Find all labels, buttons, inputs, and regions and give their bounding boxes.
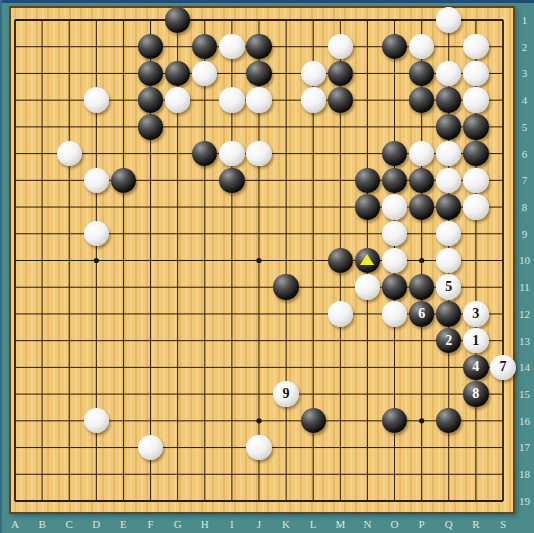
stone-white-M12[interactable] — [328, 301, 353, 326]
stone-white-I4[interactable] — [219, 87, 244, 112]
col-label-C: C — [56, 515, 83, 533]
board-point-P2[interactable] — [408, 33, 435, 60]
stone-white-F17[interactable] — [138, 435, 163, 460]
row-label-6: 6 — [515, 140, 534, 167]
board-point-Q8[interactable] — [435, 194, 462, 221]
stone-white-H3[interactable] — [192, 61, 217, 86]
col-label-S: S — [489, 515, 516, 533]
board-point-R8[interactable] — [462, 194, 489, 221]
stone-white-R3[interactable] — [463, 61, 488, 86]
board-point-O8[interactable] — [381, 194, 408, 221]
board-point-H3[interactable] — [191, 60, 218, 87]
stone-white-Q3[interactable] — [436, 61, 461, 86]
board-point-F3[interactable] — [137, 60, 164, 87]
stone-black-K11[interactable] — [273, 274, 298, 299]
stone-black-O16[interactable] — [382, 408, 407, 433]
screenshot-root: 624853179 ABCDEFGHIJKLMNOPQRS 1234567891… — [0, 0, 534, 533]
board-point-F5[interactable] — [137, 114, 164, 141]
stone-white-Q1[interactable] — [436, 7, 461, 32]
col-label-A: A — [1, 515, 28, 533]
board-point-G4[interactable] — [164, 87, 191, 114]
board-point-L3[interactable] — [300, 60, 327, 87]
stone-black-P8[interactable] — [409, 194, 434, 219]
board-point-O16[interactable] — [381, 407, 408, 434]
board-point-M10[interactable] — [327, 247, 354, 274]
board-point-M4[interactable] — [327, 87, 354, 114]
stone-black-J3[interactable] — [246, 61, 271, 86]
stone-black-Q12[interactable] — [436, 301, 461, 326]
stone-black-P3[interactable] — [409, 61, 434, 86]
stone-white-Q10[interactable] — [436, 248, 461, 273]
row-labels: 12345678910111213141516171819 — [515, 7, 534, 515]
stone-black-N10[interactable] — [355, 248, 380, 273]
stone-white-I2[interactable] — [219, 34, 244, 59]
board-point-E7[interactable] — [110, 167, 137, 194]
stone-black-N7[interactable] — [355, 168, 380, 193]
board-point-R6[interactable] — [462, 140, 489, 167]
board-point-P8[interactable] — [408, 194, 435, 221]
row-label-1: 1 — [515, 7, 534, 34]
stone-white-Q11[interactable]: 5 — [436, 274, 461, 299]
move-number-1: 1 — [472, 334, 479, 348]
board-point-P6[interactable] — [408, 140, 435, 167]
board-point-R13[interactable]: 1 — [462, 327, 489, 354]
move-number-8: 8 — [472, 387, 479, 401]
board-point-I4[interactable] — [218, 87, 245, 114]
row-label-10: 10 — [515, 247, 534, 274]
board-point-N10[interactable] — [354, 247, 381, 274]
col-label-O: O — [381, 515, 408, 533]
row-label-12: 12 — [515, 301, 534, 328]
stone-black-O6[interactable] — [382, 141, 407, 166]
stone-black-M4[interactable] — [328, 87, 353, 112]
board-point-N7[interactable] — [354, 167, 381, 194]
stones-layer: 624853179 — [1, 7, 516, 515]
row-label-18: 18 — [515, 461, 534, 488]
stone-black-O7[interactable] — [382, 168, 407, 193]
board-point-L16[interactable] — [300, 407, 327, 434]
row-label-13: 13 — [515, 327, 534, 354]
stone-black-R6[interactable] — [463, 141, 488, 166]
stone-white-R7[interactable] — [463, 168, 488, 193]
stone-white-Q9[interactable] — [436, 221, 461, 246]
move-number-4: 4 — [472, 360, 479, 374]
board-point-O7[interactable] — [381, 167, 408, 194]
board-point-Q1[interactable] — [435, 7, 462, 34]
stone-white-P2[interactable] — [409, 34, 434, 59]
stone-black-P4[interactable] — [409, 87, 434, 112]
board-point-G1[interactable] — [164, 7, 191, 34]
col-label-D: D — [83, 515, 110, 533]
column-labels: ABCDEFGHIJKLMNOPQRS — [1, 515, 516, 533]
move-number-5: 5 — [445, 280, 452, 294]
stone-white-R13[interactable]: 1 — [463, 328, 488, 353]
board-point-D16[interactable] — [83, 407, 110, 434]
board-point-P4[interactable] — [408, 87, 435, 114]
col-label-B: B — [29, 515, 56, 533]
stone-black-R5[interactable] — [463, 114, 488, 139]
stone-black-Q16[interactable] — [436, 408, 461, 433]
board-point-J6[interactable] — [245, 140, 272, 167]
board-point-N11[interactable] — [354, 274, 381, 301]
board-point-S14[interactable]: 7 — [489, 354, 516, 381]
stone-black-F5[interactable] — [138, 114, 163, 139]
board-point-P12[interactable]: 6 — [408, 301, 435, 328]
row-label-2: 2 — [515, 33, 534, 60]
col-label-J: J — [245, 515, 272, 533]
board-point-P7[interactable] — [408, 167, 435, 194]
stone-white-J4[interactable] — [246, 87, 271, 112]
board-point-Q13[interactable]: 2 — [435, 327, 462, 354]
stone-white-J17[interactable] — [246, 435, 271, 460]
triangle-mark-icon — [360, 254, 374, 265]
stone-white-R4[interactable] — [463, 87, 488, 112]
col-label-L: L — [300, 515, 327, 533]
stone-white-N11[interactable] — [355, 274, 380, 299]
board-point-Q6[interactable] — [435, 140, 462, 167]
row-label-5: 5 — [515, 114, 534, 141]
move-number-9: 9 — [283, 387, 290, 401]
board-point-G3[interactable] — [164, 60, 191, 87]
board-point-D7[interactable] — [83, 167, 110, 194]
board-point-R14[interactable]: 4 — [462, 354, 489, 381]
goban[interactable]: 624853179 — [9, 6, 515, 514]
col-label-K: K — [273, 515, 300, 533]
board-point-R12[interactable]: 3 — [462, 301, 489, 328]
board-point-R2[interactable] — [462, 33, 489, 60]
board-point-Q16[interactable] — [435, 407, 462, 434]
board-point-I2[interactable] — [218, 33, 245, 60]
board-point-D4[interactable] — [83, 87, 110, 114]
row-label-15: 15 — [515, 381, 534, 408]
stone-white-L3[interactable] — [301, 61, 326, 86]
board-point-M12[interactable] — [327, 301, 354, 328]
board-point-H2[interactable] — [191, 33, 218, 60]
board-point-R15[interactable]: 8 — [462, 381, 489, 408]
board-point-Q7[interactable] — [435, 167, 462, 194]
stone-white-O12[interactable] — [382, 301, 407, 326]
stone-white-Q7[interactable] — [436, 168, 461, 193]
stone-white-O10[interactable] — [382, 248, 407, 273]
stone-black-J2[interactable] — [246, 34, 271, 59]
board-point-O11[interactable] — [381, 274, 408, 301]
move-number-2: 2 — [445, 334, 452, 348]
row-label-4: 4 — [515, 87, 534, 114]
col-label-P: P — [408, 515, 435, 533]
board-point-M3[interactable] — [327, 60, 354, 87]
stone-black-P11[interactable] — [409, 274, 434, 299]
row-label-8: 8 — [515, 194, 534, 221]
move-number-6: 6 — [418, 307, 425, 321]
stone-black-E7[interactable] — [111, 168, 136, 193]
stone-black-F3[interactable] — [138, 61, 163, 86]
stone-black-P12[interactable]: 6 — [409, 301, 434, 326]
stone-black-M10[interactable] — [328, 248, 353, 273]
col-label-E: E — [110, 515, 137, 533]
board-point-M2[interactable] — [327, 33, 354, 60]
board-point-O9[interactable] — [381, 220, 408, 247]
board-point-C6[interactable] — [56, 140, 83, 167]
stone-black-P7[interactable] — [409, 168, 434, 193]
stone-black-R15[interactable]: 8 — [463, 381, 488, 406]
board-point-L4[interactable] — [300, 87, 327, 114]
stone-black-F2[interactable] — [138, 34, 163, 59]
stone-white-R12[interactable]: 3 — [463, 301, 488, 326]
stone-black-Q4[interactable] — [436, 87, 461, 112]
stone-black-O11[interactable] — [382, 274, 407, 299]
stone-black-Q8[interactable] — [436, 194, 461, 219]
stone-white-O9[interactable] — [382, 221, 407, 246]
stone-black-L16[interactable] — [301, 408, 326, 433]
stone-black-M3[interactable] — [328, 61, 353, 86]
board-point-R4[interactable] — [462, 87, 489, 114]
board-point-K15[interactable]: 9 — [273, 381, 300, 408]
stone-white-I6[interactable] — [219, 141, 244, 166]
row-label-11: 11 — [515, 274, 534, 301]
move-number-7: 7 — [499, 360, 506, 374]
board-point-O6[interactable] — [381, 140, 408, 167]
stone-white-M2[interactable] — [328, 34, 353, 59]
window-top-border — [0, 0, 534, 3]
board-point-F17[interactable] — [137, 434, 164, 461]
board-point-O10[interactable] — [381, 247, 408, 274]
stone-white-J6[interactable] — [246, 141, 271, 166]
row-label-19: 19 — [515, 488, 534, 515]
board-point-Q10[interactable] — [435, 247, 462, 274]
board-point-K11[interactable] — [273, 274, 300, 301]
row-label-7: 7 — [515, 167, 534, 194]
move-number-3: 3 — [472, 307, 479, 321]
row-label-14: 14 — [515, 354, 534, 381]
board-point-J4[interactable] — [245, 87, 272, 114]
stone-white-L4[interactable] — [301, 87, 326, 112]
board-point-Q4[interactable] — [435, 87, 462, 114]
board-point-R3[interactable] — [462, 60, 489, 87]
stone-white-S14[interactable]: 7 — [490, 355, 515, 380]
col-label-R: R — [462, 515, 489, 533]
board-point-I6[interactable] — [218, 140, 245, 167]
stone-black-R14[interactable]: 4 — [463, 355, 488, 380]
board-point-R5[interactable] — [462, 114, 489, 141]
board-point-N8[interactable] — [354, 194, 381, 221]
stone-black-H6[interactable] — [192, 141, 217, 166]
board-point-J3[interactable] — [245, 60, 272, 87]
stone-white-P6[interactable] — [409, 141, 434, 166]
stone-black-N8[interactable] — [355, 194, 380, 219]
col-label-G: G — [164, 515, 191, 533]
stone-black-O2[interactable] — [382, 34, 407, 59]
col-label-F: F — [137, 515, 164, 533]
board-point-I7[interactable] — [218, 167, 245, 194]
stone-black-G3[interactable] — [165, 61, 190, 86]
stone-white-Q6[interactable] — [436, 141, 461, 166]
stone-black-F4[interactable] — [138, 87, 163, 112]
col-label-Q: Q — [435, 515, 462, 533]
board-point-R7[interactable] — [462, 167, 489, 194]
stone-white-K15[interactable]: 9 — [273, 381, 298, 406]
stone-white-D9[interactable] — [84, 221, 109, 246]
stone-white-G4[interactable] — [165, 87, 190, 112]
board-point-Q12[interactable] — [435, 301, 462, 328]
board-point-Q9[interactable] — [435, 220, 462, 247]
board-point-Q3[interactable] — [435, 60, 462, 87]
col-label-M: M — [327, 515, 354, 533]
col-label-H: H — [191, 515, 218, 533]
board-point-P11[interactable] — [408, 274, 435, 301]
stone-black-Q5[interactable] — [436, 114, 461, 139]
stone-white-D4[interactable] — [84, 87, 109, 112]
stone-black-H2[interactable] — [192, 34, 217, 59]
board-point-P3[interactable] — [408, 60, 435, 87]
board-point-H6[interactable] — [191, 140, 218, 167]
row-label-3: 3 — [515, 60, 534, 87]
stone-white-O8[interactable] — [382, 194, 407, 219]
stone-white-D7[interactable] — [84, 168, 109, 193]
row-label-17: 17 — [515, 434, 534, 461]
stone-white-D16[interactable] — [84, 408, 109, 433]
board-point-Q5[interactable] — [435, 114, 462, 141]
col-label-I: I — [218, 515, 245, 533]
stone-black-I7[interactable] — [219, 168, 244, 193]
stone-white-R8[interactable] — [463, 194, 488, 219]
stone-black-G1[interactable] — [165, 7, 190, 32]
board-point-O2[interactable] — [381, 33, 408, 60]
board-point-D9[interactable] — [83, 220, 110, 247]
col-label-N: N — [354, 515, 381, 533]
board-point-F2[interactable] — [137, 33, 164, 60]
row-label-9: 9 — [515, 220, 534, 247]
stone-white-C6[interactable] — [57, 141, 82, 166]
board-point-J17[interactable] — [245, 434, 272, 461]
board-point-O12[interactable] — [381, 301, 408, 328]
row-label-16: 16 — [515, 407, 534, 434]
board-point-Q11[interactable]: 5 — [435, 274, 462, 301]
board-point-F4[interactable] — [137, 87, 164, 114]
stone-black-Q13[interactable]: 2 — [436, 328, 461, 353]
board-point-J2[interactable] — [245, 33, 272, 60]
stone-white-R2[interactable] — [463, 34, 488, 59]
